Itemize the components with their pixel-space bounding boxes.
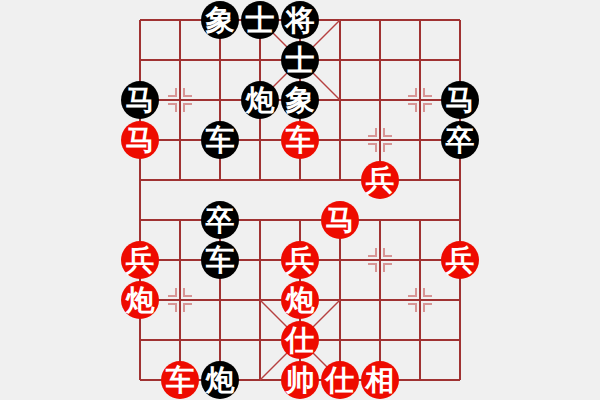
piece-red-soldier[interactable]: 兵 <box>281 241 319 279</box>
piece-red-horse[interactable]: 马 <box>121 121 159 159</box>
piece-red-chariot[interactable]: 车 <box>281 121 319 159</box>
piece-black-horse[interactable]: 马 <box>441 81 479 119</box>
board-point: 马 <box>440 80 480 120</box>
piece-black-soldier[interactable]: 卒 <box>201 201 239 239</box>
piece-black-horse[interactable]: 马 <box>121 81 159 119</box>
board-point: 炮 <box>240 80 280 120</box>
board-point: 兵 <box>360 160 400 200</box>
xiangqi-board[interactable]: 象士将士马炮象马马车车卒兵卒马兵车兵兵炮炮仕车炮帅仕相 <box>120 0 480 400</box>
piece-black-advisor[interactable]: 士 <box>281 41 319 79</box>
board-point: 马 <box>120 80 160 120</box>
board-point: 仕 <box>320 360 360 400</box>
piece-red-soldier[interactable]: 兵 <box>441 241 479 279</box>
board-point: 兵 <box>440 240 480 280</box>
board-point: 象 <box>280 80 320 120</box>
piece-black-cannon[interactable]: 炮 <box>201 361 239 399</box>
xiangqi-app: 象士将士马炮象马马车车卒兵卒马兵车兵兵炮炮仕车炮帅仕相 <box>0 0 600 400</box>
piece-black-general[interactable]: 将 <box>281 1 319 39</box>
board-point: 帅 <box>280 360 320 400</box>
board-point: 车 <box>200 120 240 160</box>
piece-red-horse[interactable]: 马 <box>321 201 359 239</box>
piece-red-elephant[interactable]: 相 <box>361 361 399 399</box>
board-point: 将 <box>280 0 320 40</box>
piece-black-chariot[interactable]: 车 <box>201 121 239 159</box>
piece-red-chariot[interactable]: 车 <box>161 361 199 399</box>
piece-black-chariot[interactable]: 车 <box>201 241 239 279</box>
board-point: 兵 <box>120 240 160 280</box>
board-point: 相 <box>360 360 400 400</box>
board-point: 士 <box>280 40 320 80</box>
board-point: 马 <box>320 200 360 240</box>
piece-red-advisor[interactable]: 仕 <box>281 321 319 359</box>
piece-red-advisor[interactable]: 仕 <box>321 361 359 399</box>
piece-red-cannon[interactable]: 炮 <box>121 281 159 319</box>
piece-red-soldier[interactable]: 兵 <box>121 241 159 279</box>
piece-black-elephant[interactable]: 象 <box>201 1 239 39</box>
board-point: 车 <box>200 240 240 280</box>
board-point: 车 <box>160 360 200 400</box>
piece-black-cannon[interactable]: 炮 <box>241 81 279 119</box>
board-point: 马 <box>120 120 160 160</box>
piece-black-elephant[interactable]: 象 <box>281 81 319 119</box>
board-point: 卒 <box>200 200 240 240</box>
board-point: 仕 <box>280 320 320 360</box>
board-point: 卒 <box>440 120 480 160</box>
board-point: 兵 <box>280 240 320 280</box>
piece-red-soldier[interactable]: 兵 <box>361 161 399 199</box>
piece-red-cannon[interactable]: 炮 <box>281 281 319 319</box>
board-point: 车 <box>280 120 320 160</box>
board-point: 象 <box>200 0 240 40</box>
board-point: 炮 <box>120 280 160 320</box>
piece-black-soldier[interactable]: 卒 <box>441 121 479 159</box>
board-point: 士 <box>240 0 280 40</box>
board-point: 炮 <box>200 360 240 400</box>
piece-red-general[interactable]: 帅 <box>281 361 319 399</box>
board-point: 炮 <box>280 280 320 320</box>
piece-black-advisor[interactable]: 士 <box>241 1 279 39</box>
